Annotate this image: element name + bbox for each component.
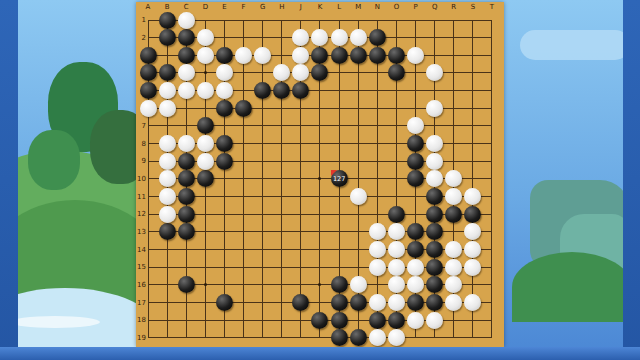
black-stone: [331, 312, 348, 329]
black-stone: [273, 82, 290, 99]
white-stone: [178, 12, 195, 29]
black-stone: [426, 241, 443, 258]
move-number-label: 127: [331, 170, 348, 187]
column-label: T: [486, 3, 498, 12]
white-stone: [426, 64, 443, 81]
black-stone: [178, 170, 195, 187]
column-label: J: [295, 3, 307, 12]
white-stone: [388, 241, 405, 258]
row-label: 17: [136, 299, 146, 307]
white-stone: [197, 82, 214, 99]
black-stone: [369, 47, 386, 64]
white-stone: [445, 188, 462, 205]
black-stone: [140, 64, 157, 81]
column-label: B: [161, 3, 173, 12]
black-stone: [178, 188, 195, 205]
white-stone: [464, 188, 481, 205]
black-stone: [426, 276, 443, 293]
white-stone: [273, 64, 290, 81]
marked-stone-last-move: 127: [331, 170, 348, 187]
row-label: 1: [136, 16, 146, 24]
row-label: 12: [136, 210, 146, 218]
white-stone: [159, 135, 176, 152]
white-stone: [216, 64, 233, 81]
white-stone: [159, 153, 176, 170]
black-stone: [140, 82, 157, 99]
row-label: 8: [136, 140, 146, 148]
tree-icon: [28, 130, 80, 190]
bottom-letterbox-bar: [0, 347, 640, 360]
black-stone: [350, 329, 367, 346]
black-stone: [311, 312, 328, 329]
white-stone: [197, 153, 214, 170]
black-stone: [426, 188, 443, 205]
white-stone: [426, 312, 443, 329]
row-label: 16: [136, 281, 146, 289]
white-stone: [350, 276, 367, 293]
white-stone: [426, 153, 443, 170]
row-label: 14: [136, 246, 146, 254]
white-stone: [445, 241, 462, 258]
grid-line-vertical: [472, 20, 473, 338]
column-label: N: [371, 3, 383, 12]
white-stone: [292, 64, 309, 81]
black-stone: [178, 206, 195, 223]
black-stone: [388, 47, 405, 64]
white-stone: [445, 259, 462, 276]
white-stone: [388, 276, 405, 293]
black-stone: [407, 241, 424, 258]
white-stone: [464, 223, 481, 240]
go-board[interactable]: ABCDEFGHJKLMNOPQRST123456789101112131415…: [136, 2, 504, 347]
black-stone: [369, 29, 386, 46]
column-label: P: [410, 3, 422, 12]
row-label: 15: [136, 263, 146, 271]
row-label: 18: [136, 316, 146, 324]
column-label: M: [352, 3, 364, 12]
row-label: 11: [136, 193, 146, 201]
white-stone: [197, 47, 214, 64]
white-stone: [350, 188, 367, 205]
white-stone: [369, 259, 386, 276]
white-stone: [216, 82, 233, 99]
column-label: Q: [429, 3, 441, 12]
white-stone: [254, 47, 271, 64]
grid-line-vertical: [377, 20, 378, 338]
black-stone: [311, 47, 328, 64]
white-stone: [407, 312, 424, 329]
column-label: L: [333, 3, 345, 12]
white-stone: [388, 294, 405, 311]
black-stone: [350, 47, 367, 64]
row-label: 9: [136, 157, 146, 165]
white-stone: [197, 135, 214, 152]
black-stone: [216, 153, 233, 170]
black-stone: [407, 153, 424, 170]
black-stone: [178, 153, 195, 170]
column-label: S: [467, 3, 479, 12]
white-stone: [426, 135, 443, 152]
white-stone: [407, 47, 424, 64]
black-stone: [159, 12, 176, 29]
white-stone: [311, 29, 328, 46]
white-stone: [388, 259, 405, 276]
black-stone: [388, 206, 405, 223]
black-stone: [216, 100, 233, 117]
column-label: H: [276, 3, 288, 12]
white-stone: [426, 100, 443, 117]
white-stone: [159, 82, 176, 99]
black-stone: [331, 47, 348, 64]
column-label: E: [218, 3, 230, 12]
black-stone: [426, 259, 443, 276]
white-stone: [445, 294, 462, 311]
white-stone: [407, 117, 424, 134]
white-stone: [445, 170, 462, 187]
row-label: 2: [136, 34, 146, 42]
white-stone: [369, 329, 386, 346]
black-stone: [216, 294, 233, 311]
black-stone: [388, 312, 405, 329]
black-stone: [407, 294, 424, 311]
row-label: 10: [136, 175, 146, 183]
black-stone: [407, 223, 424, 240]
white-stone: [159, 170, 176, 187]
row-label: 19: [136, 334, 146, 342]
black-stone: [331, 276, 348, 293]
white-stone: [369, 223, 386, 240]
black-stone: [178, 47, 195, 64]
white-stone: [159, 188, 176, 205]
white-stone: [178, 82, 195, 99]
black-stone: [159, 64, 176, 81]
column-label: C: [180, 3, 192, 12]
black-stone: [197, 170, 214, 187]
black-stone: [216, 47, 233, 64]
black-stone: [178, 223, 195, 240]
star-point: [204, 283, 207, 286]
grid-line-vertical: [491, 20, 492, 338]
black-stone: [216, 135, 233, 152]
black-stone: [254, 82, 271, 99]
white-stone: [407, 276, 424, 293]
column-label: F: [238, 3, 250, 12]
white-stone: [159, 100, 176, 117]
black-stone: [159, 29, 176, 46]
white-stone: [292, 47, 309, 64]
black-stone: [140, 47, 157, 64]
white-stone: [464, 259, 481, 276]
row-label: 13: [136, 228, 146, 236]
white-stone: [331, 29, 348, 46]
black-stone: [178, 29, 195, 46]
white-stone: [464, 294, 481, 311]
white-stone: [445, 276, 462, 293]
white-stone: [388, 223, 405, 240]
row-label: 7: [136, 122, 146, 130]
column-label: G: [257, 3, 269, 12]
black-stone: [311, 64, 328, 81]
black-stone: [197, 117, 214, 134]
white-stone: [369, 241, 386, 258]
video-frame: ABCDEFGHJKLMNOPQRST123456789101112131415…: [0, 0, 640, 360]
left-letterbox-bar: [0, 0, 18, 360]
black-stone: [292, 82, 309, 99]
black-stone: [426, 223, 443, 240]
black-stone: [350, 294, 367, 311]
black-stone: [407, 135, 424, 152]
column-label: A: [142, 3, 154, 12]
white-stone: [350, 29, 367, 46]
black-stone: [235, 100, 252, 117]
white-stone: [388, 329, 405, 346]
white-stone: [159, 206, 176, 223]
bush-right: [512, 252, 632, 322]
column-label: O: [390, 3, 402, 12]
pond-glint: [10, 316, 100, 328]
column-label: R: [448, 3, 460, 12]
black-stone: [426, 294, 443, 311]
cloud-icon: [520, 30, 630, 60]
white-stone: [407, 259, 424, 276]
white-stone: [464, 241, 481, 258]
column-label: D: [199, 3, 211, 12]
white-stone: [292, 29, 309, 46]
white-stone: [140, 100, 157, 117]
right-letterbox-bar: [623, 0, 640, 360]
black-stone: [445, 206, 462, 223]
black-stone: [178, 276, 195, 293]
white-stone: [235, 47, 252, 64]
column-label: K: [314, 3, 326, 12]
black-stone: [331, 294, 348, 311]
black-stone: [388, 64, 405, 81]
black-stone: [407, 170, 424, 187]
white-stone: [178, 64, 195, 81]
black-stone: [331, 329, 348, 346]
grid-line-horizontal: [148, 337, 492, 338]
black-stone: [159, 223, 176, 240]
black-stone: [464, 206, 481, 223]
white-stone: [369, 294, 386, 311]
white-stone: [178, 135, 195, 152]
black-stone: [292, 294, 309, 311]
black-stone: [426, 206, 443, 223]
white-stone: [197, 29, 214, 46]
black-stone: [369, 312, 386, 329]
white-stone: [426, 170, 443, 187]
